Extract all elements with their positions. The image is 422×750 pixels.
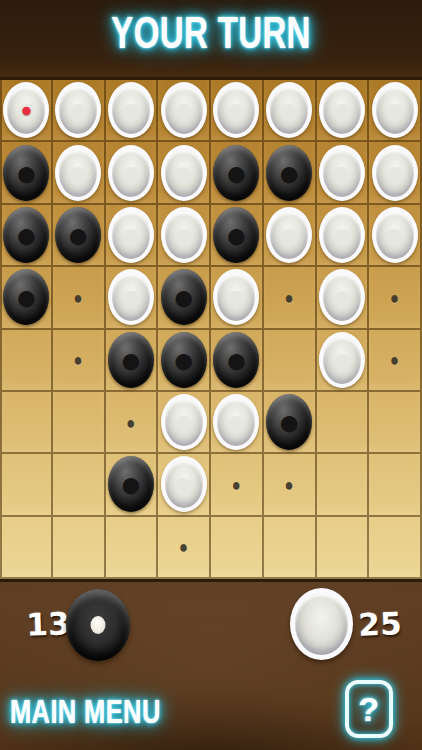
white-disc: ●: [266, 207, 312, 263]
white-disc: ●: [161, 145, 207, 201]
cell-r4c2[interactable]: ●: [53, 267, 106, 329]
question-mark-icon: ?: [358, 690, 379, 729]
cell-r5c1[interactable]: [0, 330, 53, 392]
cell-r8c5[interactable]: [211, 517, 264, 579]
cell-r3c2[interactable]: ●: [53, 205, 106, 267]
cell-r5c5[interactable]: ●: [211, 330, 264, 392]
white-score-disc: [290, 588, 353, 660]
cell-r3c5[interactable]: ●: [211, 205, 264, 267]
cell-r8c7[interactable]: [317, 517, 370, 579]
cell-r4c7[interactable]: ●: [317, 267, 370, 329]
cell-r4c8[interactable]: ●: [369, 267, 422, 329]
cell-r6c3[interactable]: ●: [106, 392, 159, 454]
cell-r6c7[interactable]: [317, 392, 370, 454]
cell-r5c6[interactable]: [264, 330, 317, 392]
cell-r1c2[interactable]: ●: [53, 80, 106, 142]
cell-r2c6[interactable]: ●: [264, 142, 317, 204]
white-disc: ●: [161, 207, 207, 263]
cell-r1c7[interactable]: ●: [317, 80, 370, 142]
white-score: 25: [355, 605, 404, 643]
white-disc: ●: [55, 145, 101, 201]
black-score: 13: [25, 605, 70, 643]
cell-r7c7[interactable]: [317, 454, 370, 516]
white-disc: ●: [108, 207, 154, 263]
cell-r1c6[interactable]: ●: [264, 80, 317, 142]
cell-r2c4[interactable]: ●: [158, 142, 211, 204]
black-disc: ●: [161, 332, 207, 388]
cell-r7c3[interactable]: ●: [106, 454, 159, 516]
legal-move-dot: ●: [74, 288, 83, 306]
legal-move-dot: ●: [390, 351, 399, 369]
legal-move-dot: ●: [232, 475, 241, 493]
black-disc: ●: [3, 207, 49, 263]
white-disc: ●: [213, 269, 259, 325]
white-disc: ●: [161, 394, 207, 450]
cell-r3c4[interactable]: ●: [158, 205, 211, 267]
cell-r3c3[interactable]: ●: [106, 205, 159, 267]
cell-r4c4[interactable]: ●: [158, 267, 211, 329]
cell-r3c7[interactable]: ●: [317, 205, 370, 267]
cell-r8c2[interactable]: [53, 517, 106, 579]
cell-r2c1[interactable]: ●: [0, 142, 53, 204]
cell-r5c4[interactable]: ●: [158, 330, 211, 392]
cell-r7c2[interactable]: [53, 454, 106, 516]
cell-r6c1[interactable]: [0, 392, 53, 454]
black-disc: ●: [213, 207, 259, 263]
legal-move-dot: ●: [179, 538, 188, 556]
white-disc: ●: [372, 207, 418, 263]
black-disc: ●: [55, 207, 101, 263]
cell-r3c1[interactable]: ●: [0, 205, 53, 267]
cell-r8c1[interactable]: [0, 517, 53, 579]
cell-r6c4[interactable]: ●: [158, 392, 211, 454]
legal-move-dot: ●: [126, 413, 135, 431]
legal-move-dot: ●: [285, 475, 294, 493]
black-turn-indicator-disc: [66, 589, 130, 661]
cell-r1c8[interactable]: ●: [369, 80, 422, 142]
white-disc: ●: [319, 332, 365, 388]
cell-r1c4[interactable]: ●: [158, 80, 211, 142]
white-disc: ●: [319, 269, 365, 325]
cell-r5c2[interactable]: ●: [53, 330, 106, 392]
turn-status-banner: YOUR TURN: [0, 8, 422, 58]
white-disc: ●: [55, 82, 101, 138]
cell-r7c5[interactable]: ●: [211, 454, 264, 516]
main-menu-button[interactable]: MAIN MENU: [10, 692, 211, 731]
black-disc: ●: [3, 269, 49, 325]
black-disc: ●: [108, 332, 154, 388]
black-disc: ●: [213, 332, 259, 388]
black-disc: ●: [213, 145, 259, 201]
legal-move-dot: ●: [390, 288, 399, 306]
white-disc: ●: [161, 456, 207, 512]
white-disc: ●: [266, 82, 312, 138]
cell-r7c6[interactable]: ●: [264, 454, 317, 516]
cell-r4c5[interactable]: ●: [211, 267, 264, 329]
black-disc: ●: [108, 456, 154, 512]
cell-r2c2[interactable]: ●: [53, 142, 106, 204]
cell-r2c3[interactable]: ●: [106, 142, 159, 204]
white-disc: ●: [319, 82, 365, 138]
cell-r5c8[interactable]: ●: [369, 330, 422, 392]
white-disc: ●: [108, 269, 154, 325]
turn-indicator-dot: [91, 616, 106, 634]
white-disc: ●●: [3, 82, 49, 138]
cell-r8c3[interactable]: [106, 517, 159, 579]
cell-r3c6[interactable]: ●: [264, 205, 317, 267]
cell-r1c5[interactable]: ●: [211, 80, 264, 142]
cell-r4c3[interactable]: ●: [106, 267, 159, 329]
white-disc: ●: [319, 207, 365, 263]
white-disc: ●: [372, 145, 418, 201]
white-disc: ●: [213, 82, 259, 138]
cell-r6c6[interactable]: ●: [264, 392, 317, 454]
cell-r4c6[interactable]: ●: [264, 267, 317, 329]
cell-r1c3[interactable]: ●: [106, 80, 159, 142]
white-disc: ●: [213, 394, 259, 450]
cell-r4c1[interactable]: ●: [0, 267, 53, 329]
white-disc: ●: [319, 145, 365, 201]
legal-move-dot: ●: [74, 351, 83, 369]
cell-r7c1[interactable]: [0, 454, 53, 516]
black-disc: ●: [3, 145, 49, 201]
legal-move-dot: ●: [285, 288, 294, 306]
black-disc: ●: [266, 145, 312, 201]
cell-r7c4[interactable]: ●: [158, 454, 211, 516]
cell-r7c8[interactable]: [369, 454, 422, 516]
cell-r5c3[interactable]: ●: [106, 330, 159, 392]
cell-r2c8[interactable]: ●: [369, 142, 422, 204]
white-disc: ●: [161, 82, 207, 138]
cell-r8c4[interactable]: ●: [158, 517, 211, 579]
cell-r5c7[interactable]: ●: [317, 330, 370, 392]
cell-r8c8[interactable]: [369, 517, 422, 579]
white-disc: ●: [108, 82, 154, 138]
cell-r8c6[interactable]: [264, 517, 317, 579]
turn-status-text: YOUR TURN: [111, 8, 311, 58]
cell-r3c8[interactable]: ●: [369, 205, 422, 267]
cell-r2c7[interactable]: ●: [317, 142, 370, 204]
cell-r2c5[interactable]: ●: [211, 142, 264, 204]
app-root: YOUR TURN ●●●●●●●●●●●●●●●●●●●●●●●●●●●●●●…: [0, 0, 422, 750]
cell-r6c8[interactable]: [369, 392, 422, 454]
last-move-marker: ●: [21, 100, 32, 119]
cell-r1c1[interactable]: ●●: [0, 80, 53, 142]
black-disc: ●: [266, 394, 312, 450]
cell-r6c5[interactable]: ●: [211, 392, 264, 454]
othello-board: ●●●●●●●●●●●●●●●●●●●●●●●●●●●●●●●●●●●●●●●●…: [0, 77, 422, 582]
help-button[interactable]: ?: [345, 680, 393, 738]
main-menu-label: MAIN MENU: [10, 692, 161, 731]
cell-r6c2[interactable]: [53, 392, 106, 454]
white-disc: ●: [372, 82, 418, 138]
black-disc: ●: [161, 269, 207, 325]
white-disc: ●: [108, 145, 154, 201]
